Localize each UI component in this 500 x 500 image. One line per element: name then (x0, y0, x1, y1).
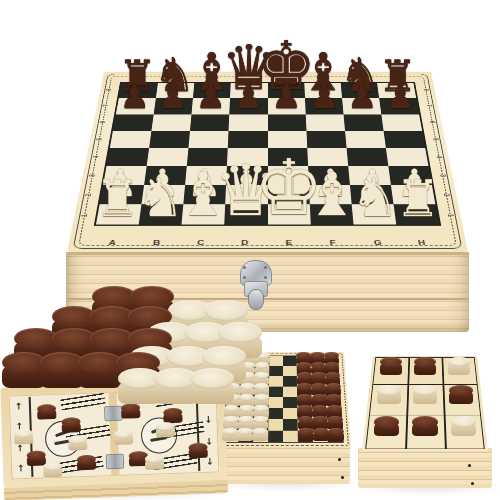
square-g2 (350, 185, 394, 204)
clasp-screw (243, 266, 246, 269)
rank-label-6-left: 6 (97, 121, 106, 123)
mini-square (269, 386, 283, 397)
ttt-piece-white-r2c2 (413, 385, 437, 404)
square-c4 (187, 148, 228, 166)
stacked-checker-light-top (218, 322, 262, 343)
mini-checker-white-top (254, 394, 269, 401)
rank-label-5-left: 5 (94, 138, 103, 141)
sling-puck-brown (61, 417, 81, 433)
square-g3 (348, 166, 391, 185)
rank-label-2-right: 2 (441, 194, 451, 197)
square-c7 (192, 98, 231, 114)
mini-checker-brown-top (328, 428, 344, 435)
square-f5 (306, 131, 346, 148)
file-label-H: H (418, 239, 426, 246)
sling-puck-white (43, 462, 63, 478)
square-h5 (383, 131, 425, 148)
square-e4 (268, 148, 308, 166)
rank-label-7-right: 7 (425, 104, 434, 106)
mini-checker-brown-top (297, 405, 312, 412)
rank-label-6-right: 6 (428, 121, 437, 123)
square-h1 (393, 204, 439, 224)
mini-checker-brown (328, 428, 344, 441)
mini-checker-brown-top (313, 428, 329, 435)
rank-label-1-right: 1 (445, 214, 455, 217)
clasp-screw (264, 276, 267, 279)
square-c6 (190, 114, 229, 131)
mini-checker-brown (298, 428, 314, 441)
sling-puck-brown (37, 404, 57, 420)
square-e3 (268, 166, 309, 185)
file-label-B: B (153, 239, 161, 246)
screw-dot (471, 482, 474, 485)
square-d8 (230, 83, 267, 98)
speed-lines (60, 393, 105, 411)
rank-label-8-right: 8 (422, 89, 431, 91)
square-h7 (379, 98, 419, 114)
arrow-up-icon: ↑ (15, 401, 23, 411)
square-g7 (342, 98, 381, 114)
mini-checker-white (237, 428, 253, 441)
square-d5 (228, 131, 267, 148)
mini-checkers-box-base (214, 444, 350, 484)
screw-dot (338, 458, 341, 461)
mini-square (283, 376, 297, 386)
arrow-up-icon: ↑ (16, 443, 24, 453)
square-c2 (184, 185, 227, 204)
rank-label-3-left: 3 (87, 174, 97, 177)
stacked-checker-light (190, 368, 234, 404)
mini-square (268, 419, 283, 430)
file-label-E: E (285, 239, 292, 246)
chess-grid (94, 82, 441, 226)
square-a1 (96, 204, 142, 224)
hinge-icon (104, 406, 123, 422)
square-h6 (381, 114, 422, 131)
square-c8 (193, 83, 231, 98)
mini-square (269, 376, 283, 386)
ttt-piece-brown-r2c3-top (449, 385, 473, 396)
mini-square (283, 408, 298, 419)
mini-square (283, 430, 298, 442)
square-c5 (189, 131, 229, 148)
square-g5 (345, 131, 386, 148)
mini-square (283, 419, 298, 430)
square-h3 (388, 166, 432, 185)
rank-label-5-right: 5 (431, 138, 440, 141)
clasp-hook (248, 289, 264, 310)
stacked-checker-light-top (204, 300, 248, 321)
file-label-F: F (329, 239, 336, 246)
mini-checker-brown-top (327, 405, 342, 412)
mini-square (268, 430, 283, 442)
sling-puck-brown (188, 443, 208, 459)
sling-puck-brown (121, 403, 141, 419)
mini-checker-white-top (254, 383, 269, 390)
ttt-piece-brown-r3c1-top (374, 416, 399, 428)
square-e5 (268, 131, 307, 148)
square-f4 (307, 148, 348, 166)
lid-edge-shadow (66, 252, 469, 255)
square-f2 (309, 185, 352, 204)
rank-label-2-left: 2 (83, 194, 93, 197)
hinge-icon (106, 454, 125, 470)
square-b7 (154, 98, 193, 114)
ttt-piece-white-r2c1 (377, 385, 401, 404)
chess-board: ABCDEFGH1122334455667788 (67, 72, 468, 252)
square-g6 (343, 114, 383, 131)
square-f7 (305, 98, 344, 114)
square-d3 (226, 166, 267, 185)
mini-checker-white-top (239, 405, 254, 412)
mini-checker-brown-top (326, 394, 341, 401)
ttt-piece-white-r2c1-top (377, 385, 401, 396)
square-a8 (119, 83, 158, 98)
sling-puck-white (145, 454, 165, 470)
square-e2 (268, 185, 310, 204)
rank-label-4-right: 4 (434, 156, 444, 159)
mini-square (283, 397, 297, 408)
square-c3 (185, 166, 227, 185)
square-g4 (346, 148, 388, 166)
square-f3 (308, 166, 350, 185)
square-c1 (182, 204, 226, 224)
mini-checker-white (222, 428, 238, 441)
clasp-screw (264, 266, 267, 269)
square-f6 (305, 114, 344, 131)
sling-puck-brown (77, 455, 97, 471)
mini-checker-brown-top (312, 394, 327, 401)
clasp-screw (243, 276, 246, 279)
rank-label-3-right: 3 (438, 174, 448, 177)
ttt-piece-brown-r3c2 (412, 416, 437, 436)
square-f1 (309, 204, 353, 224)
arrow-down-icon: ↓ (204, 415, 212, 425)
mini-square (269, 356, 283, 366)
mini-checker-brown (313, 428, 329, 441)
square-d2 (226, 185, 268, 204)
file-label-C: C (197, 239, 205, 246)
sling-puck-white (114, 429, 134, 445)
rank-label-8-left: 8 (104, 89, 113, 91)
square-a3 (103, 166, 147, 185)
square-b1 (139, 204, 184, 224)
rank-label-7-left: 7 (101, 104, 110, 106)
product-photo-scene: ABCDEFGH1122334455667788 ♜♞♝♛♚♝♞♜♟♟♟♟♟♟♟… (0, 0, 500, 500)
square-b2 (142, 185, 186, 204)
screw-dot (468, 464, 471, 467)
square-g8 (340, 83, 379, 98)
square-h8 (377, 83, 416, 98)
mini-checker-brown-top (310, 352, 324, 359)
square-e1 (268, 204, 311, 224)
square-b6 (152, 114, 192, 131)
square-b3 (144, 166, 187, 185)
mini-square (283, 366, 297, 376)
mini-checker-white-top (253, 405, 268, 412)
ttt-piece-brown-r1c2 (414, 357, 436, 375)
mini-square (269, 366, 283, 376)
mini-square (283, 356, 297, 366)
mini-checker-brown-top (297, 394, 312, 401)
square-a5 (110, 131, 152, 148)
arrow-down-icon: ↓ (206, 457, 214, 467)
ttt-piece-brown-r2c3 (449, 385, 473, 404)
mini-checker-white (252, 428, 268, 441)
sling-puck-white (14, 429, 34, 445)
rank-label-1-left: 1 (79, 214, 89, 217)
mini-checker-brown-top (296, 352, 310, 359)
square-b4 (147, 148, 189, 166)
mini-checker-brown-top (326, 383, 341, 390)
mini-checker-brown-top (297, 383, 312, 390)
square-h4 (386, 148, 429, 166)
file-label-A: A (108, 239, 116, 246)
mini-checker-brown-top (298, 428, 314, 435)
stacked-checker-light-top (202, 346, 246, 367)
square-b5 (149, 131, 190, 148)
tictactoe-box-base (358, 448, 492, 488)
arrow-up-icon: ↑ (17, 463, 25, 473)
ttt-piece-white-r3c3 (451, 416, 476, 436)
square-a2 (100, 185, 145, 204)
stacked-checker-light-top (190, 368, 234, 389)
square-d1 (225, 204, 268, 224)
mini-square (283, 386, 297, 397)
mini-checker-brown-top (324, 352, 338, 359)
ttt-piece-white-r2c2-top (413, 385, 437, 396)
file-label-G: G (373, 239, 381, 246)
mini-square (268, 408, 283, 419)
square-h2 (391, 185, 436, 204)
square-d7 (230, 98, 268, 114)
square-a7 (116, 98, 156, 114)
square-e7 (268, 98, 306, 114)
ttt-piece-white-r3c3-top (451, 416, 476, 428)
mini-square (269, 397, 283, 408)
ttt-piece-white-r1c3 (448, 357, 470, 375)
ttt-piece-brown-r1c1 (380, 357, 402, 375)
ttt-piece-brown-r3c1 (374, 416, 399, 436)
sling-puck-white (68, 435, 88, 451)
mini-checker-white-top (239, 394, 254, 401)
sling-puck-white (156, 422, 176, 438)
square-d6 (229, 114, 268, 131)
square-a6 (113, 114, 154, 131)
square-f8 (304, 83, 342, 98)
square-e8 (268, 83, 305, 98)
rank-label-4-left: 4 (90, 156, 100, 159)
square-g1 (351, 204, 396, 224)
square-b8 (156, 83, 195, 98)
file-label-D: D (241, 239, 248, 246)
square-e6 (268, 114, 307, 131)
ttt-piece-brown-r3c2-top (412, 416, 437, 428)
square-a4 (107, 148, 150, 166)
square-d4 (227, 148, 267, 166)
mini-checker-white-top (240, 383, 255, 390)
screw-dot (341, 476, 344, 479)
